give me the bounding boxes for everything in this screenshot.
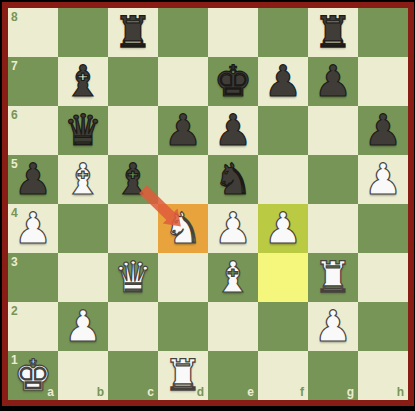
square-e4[interactable]: ♟ xyxy=(208,204,258,253)
black-pawn[interactable]: ♟ xyxy=(358,106,408,155)
white-pawn[interactable]: ♟ xyxy=(308,302,358,351)
square-e8[interactable] xyxy=(208,8,258,57)
rank-label-7: 7 xyxy=(11,59,18,73)
black-pawn[interactable]: ♟ xyxy=(8,155,58,204)
file-label-g: g xyxy=(347,385,354,399)
file-label-f: f xyxy=(300,385,304,399)
square-a8[interactable]: 8 xyxy=(8,8,58,57)
black-bishop[interactable]: ♝ xyxy=(58,57,108,106)
file-label-e: e xyxy=(247,385,254,399)
square-a4[interactable]: 4♟ xyxy=(8,204,58,253)
square-c6[interactable] xyxy=(108,106,158,155)
square-b3[interactable] xyxy=(58,253,108,302)
white-knight[interactable]: ♞ xyxy=(158,204,208,253)
chess-board: 8♜♜7♝♚♟♟6♛♟♟♟5♟♝♝♞♟4♟♞♟♟3♛♝♜2♟♟1a♚bcd♜ef… xyxy=(8,8,408,400)
square-e3[interactable]: ♝ xyxy=(208,253,258,302)
square-a7[interactable]: 7 xyxy=(8,57,58,106)
square-a1[interactable]: 1a♚ xyxy=(8,351,58,400)
square-d8[interactable] xyxy=(158,8,208,57)
white-pawn[interactable]: ♟ xyxy=(8,204,58,253)
white-rook[interactable]: ♜ xyxy=(308,253,358,302)
square-a2[interactable]: 2 xyxy=(8,302,58,351)
white-bishop[interactable]: ♝ xyxy=(208,253,258,302)
file-label-b: b xyxy=(97,385,104,399)
square-f6[interactable] xyxy=(258,106,308,155)
square-f3[interactable] xyxy=(258,253,308,302)
square-h4[interactable] xyxy=(358,204,408,253)
square-e5[interactable]: ♞ xyxy=(208,155,258,204)
square-h3[interactable] xyxy=(358,253,408,302)
square-h5[interactable]: ♟ xyxy=(358,155,408,204)
rank-label-3: 3 xyxy=(11,255,18,269)
square-a3[interactable]: 3 xyxy=(8,253,58,302)
square-b2[interactable]: ♟ xyxy=(58,302,108,351)
square-e7[interactable]: ♚ xyxy=(208,57,258,106)
white-pawn[interactable]: ♟ xyxy=(58,302,108,351)
square-e2[interactable] xyxy=(208,302,258,351)
square-c2[interactable] xyxy=(108,302,158,351)
square-c4[interactable] xyxy=(108,204,158,253)
file-label-c: c xyxy=(147,385,154,399)
square-h2[interactable] xyxy=(358,302,408,351)
rank-label-6: 6 xyxy=(11,108,18,122)
white-pawn[interactable]: ♟ xyxy=(208,204,258,253)
square-b1[interactable]: b xyxy=(58,351,108,400)
square-c5[interactable]: ♝ xyxy=(108,155,158,204)
square-b7[interactable]: ♝ xyxy=(58,57,108,106)
square-g5[interactable] xyxy=(308,155,358,204)
square-b5[interactable]: ♝ xyxy=(58,155,108,204)
square-g4[interactable] xyxy=(308,204,358,253)
square-c8[interactable]: ♜ xyxy=(108,8,158,57)
rank-label-2: 2 xyxy=(11,304,18,318)
square-g2[interactable]: ♟ xyxy=(308,302,358,351)
square-h7[interactable] xyxy=(358,57,408,106)
black-pawn[interactable]: ♟ xyxy=(208,106,258,155)
white-rook[interactable]: ♜ xyxy=(158,351,208,400)
square-g8[interactable]: ♜ xyxy=(308,8,358,57)
square-c1[interactable]: c xyxy=(108,351,158,400)
white-bishop[interactable]: ♝ xyxy=(58,155,108,204)
square-f7[interactable]: ♟ xyxy=(258,57,308,106)
square-a5[interactable]: 5♟ xyxy=(8,155,58,204)
square-c7[interactable] xyxy=(108,57,158,106)
square-c3[interactable]: ♛ xyxy=(108,253,158,302)
square-d1[interactable]: d♜ xyxy=(158,351,208,400)
square-b6[interactable]: ♛ xyxy=(58,106,108,155)
square-f1[interactable]: f xyxy=(258,351,308,400)
square-f5[interactable] xyxy=(258,155,308,204)
square-h6[interactable]: ♟ xyxy=(358,106,408,155)
square-d7[interactable] xyxy=(158,57,208,106)
square-d3[interactable] xyxy=(158,253,208,302)
black-king[interactable]: ♚ xyxy=(208,57,258,106)
white-king[interactable]: ♚ xyxy=(8,351,58,400)
square-f2[interactable] xyxy=(258,302,308,351)
square-d2[interactable] xyxy=(158,302,208,351)
board-frame: 8♜♜7♝♚♟♟6♛♟♟♟5♟♝♝♞♟4♟♞♟♟3♛♝♜2♟♟1a♚bcd♜ef… xyxy=(2,2,414,406)
square-e6[interactable]: ♟ xyxy=(208,106,258,155)
square-d5[interactable] xyxy=(158,155,208,204)
square-e1[interactable]: e xyxy=(208,351,258,400)
black-pawn[interactable]: ♟ xyxy=(308,57,358,106)
square-g3[interactable]: ♜ xyxy=(308,253,358,302)
file-label-h: h xyxy=(397,385,404,399)
square-f8[interactable] xyxy=(258,8,308,57)
square-g1[interactable]: g xyxy=(308,351,358,400)
square-h8[interactable] xyxy=(358,8,408,57)
black-queen[interactable]: ♛ xyxy=(58,106,108,155)
square-d6[interactable]: ♟ xyxy=(158,106,208,155)
square-f4[interactable]: ♟ xyxy=(258,204,308,253)
square-b8[interactable] xyxy=(58,8,108,57)
white-queen[interactable]: ♛ xyxy=(108,253,158,302)
black-pawn[interactable]: ♟ xyxy=(158,106,208,155)
square-g7[interactable]: ♟ xyxy=(308,57,358,106)
square-h1[interactable]: h xyxy=(358,351,408,400)
black-knight[interactable]: ♞ xyxy=(208,155,258,204)
black-bishop[interactable]: ♝ xyxy=(108,155,158,204)
rank-label-8: 8 xyxy=(11,10,18,24)
square-b4[interactable] xyxy=(58,204,108,253)
square-a6[interactable]: 6 xyxy=(8,106,58,155)
white-pawn[interactable]: ♟ xyxy=(358,155,408,204)
square-g6[interactable] xyxy=(308,106,358,155)
square-d4[interactable]: ♞ xyxy=(158,204,208,253)
black-pawn[interactable]: ♟ xyxy=(258,57,308,106)
black-rook[interactable]: ♜ xyxy=(108,8,158,57)
black-rook[interactable]: ♜ xyxy=(308,8,358,57)
white-pawn[interactable]: ♟ xyxy=(258,204,308,253)
